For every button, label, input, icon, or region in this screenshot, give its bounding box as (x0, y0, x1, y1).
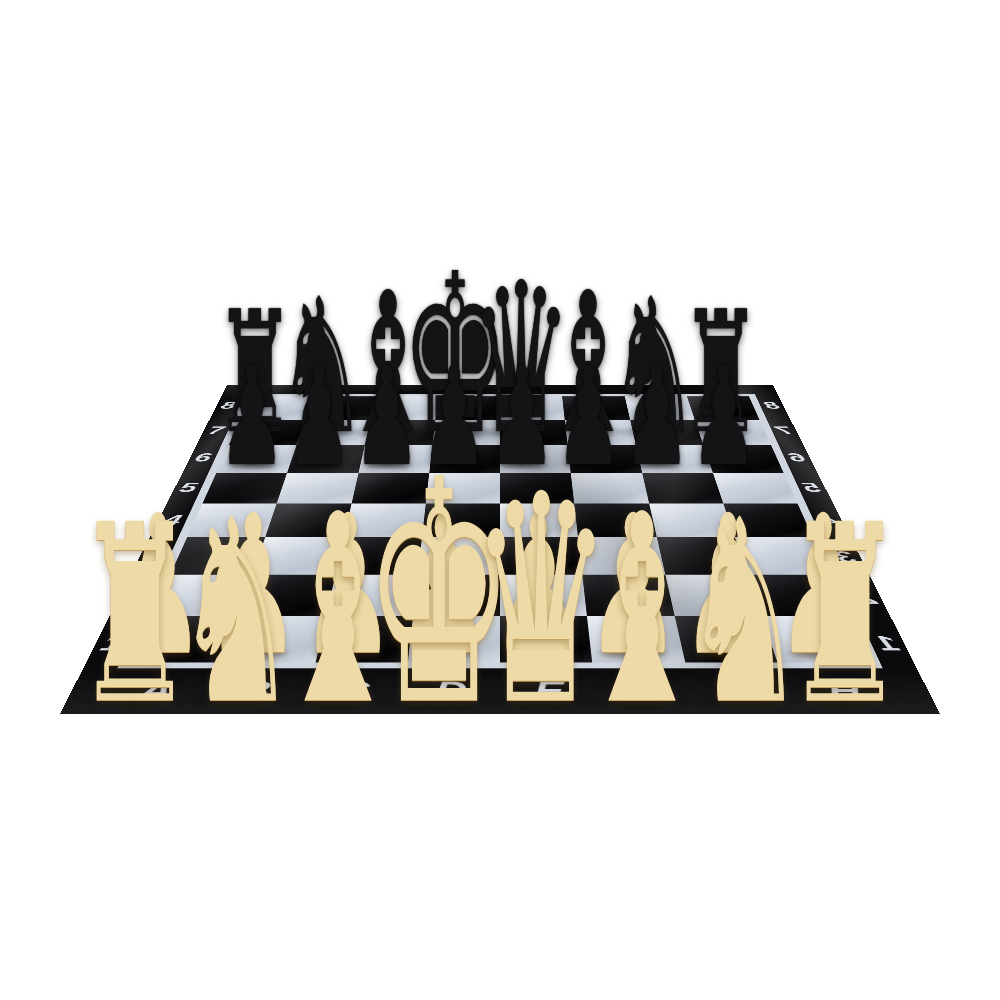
rank-label-left-6: 6 (192, 451, 214, 464)
rank-label-right-6: 6 (786, 451, 808, 464)
rank-label-right-8: 8 (762, 400, 782, 411)
rank-label-right-7: 7 (774, 424, 795, 436)
photo-stage: ABCDEFGH 87654321 87654321 ♜♞♝♚♛♝♞♜♟♟♟♟♟… (0, 0, 1000, 1000)
pieces-layer: ♜♞♝♚♛♝♞♜♟♟♟♟♟♟♟♟♟♟♟♟♟♟♟♟♜♞♝♚♛♝♞♜ (0, 0, 1000, 1000)
piece-white-rook-h1[interactable]: ♜ (785, 492, 906, 738)
